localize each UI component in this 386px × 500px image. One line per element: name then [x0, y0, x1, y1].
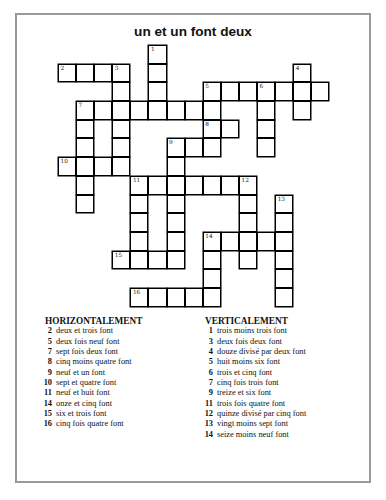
clue-text: huit moins six font: [217, 357, 280, 367]
clue-number: 4: [201, 347, 213, 357]
grid-cell[interactable]: [293, 101, 311, 120]
clue-text: trois fois quatre font: [217, 399, 285, 409]
clue-item: 4douze divisé par deux font: [201, 347, 371, 357]
across-header: HORIZONTALEMENT: [45, 316, 196, 326]
grid-cell[interactable]: [257, 138, 275, 157]
grid-cell[interactable]: [148, 251, 166, 270]
clue-item: 11trois fois quatre font: [201, 399, 371, 409]
clue-number: 3: [201, 337, 213, 347]
cell-number: 4: [296, 65, 300, 72]
clue-item: 12quinze divisé par cinq font: [201, 409, 371, 419]
clue-item: 15six et trois font: [40, 409, 196, 419]
clue-number: 7: [201, 378, 213, 388]
clue-number: 5: [201, 357, 213, 367]
grid-cell[interactable]: [148, 64, 166, 83]
clue-text: sept et quatre font: [56, 378, 116, 388]
clue-text: sept fois deux font: [56, 347, 118, 357]
grid-cell[interactable]: 4: [293, 64, 311, 83]
grid-cell[interactable]: 7: [76, 101, 94, 120]
cell-number: 16: [133, 289, 140, 296]
grid-cell[interactable]: [275, 288, 293, 307]
grid-cell[interactable]: [130, 195, 148, 214]
clue-item: 16cinq fois quatre font: [40, 419, 196, 429]
grid-cell[interactable]: 14: [203, 232, 221, 251]
clue-text: deux fois deux font: [217, 337, 282, 347]
clue-text: trois moins trois font: [217, 326, 287, 336]
clue-text: trois et cinq font: [217, 368, 272, 378]
grid-cell[interactable]: [167, 195, 185, 214]
across-clue-list: 2deux et trois font5deux fois neuf font7…: [40, 326, 196, 429]
grid-cell[interactable]: [239, 82, 257, 101]
cell-number: 3: [115, 65, 119, 72]
grid-cell[interactable]: 8: [203, 120, 221, 139]
grid-cell[interactable]: [148, 101, 166, 120]
clue-item: 7sept fois deux font: [40, 347, 196, 357]
grid-cell[interactable]: [275, 82, 293, 101]
grid-cell[interactable]: [148, 82, 166, 101]
clue-item: 1trois moins trois font: [201, 326, 371, 336]
grid-cell[interactable]: [275, 251, 293, 270]
grid-cell[interactable]: [167, 101, 185, 120]
grid-cell[interactable]: [76, 157, 94, 176]
cell-number: 1: [151, 46, 155, 53]
clue-item: 8cinq moins quatre font: [40, 357, 196, 367]
clue-text: deux fois neuf font: [56, 337, 120, 347]
grid-cell[interactable]: [239, 232, 257, 251]
grid-cell[interactable]: [203, 269, 221, 288]
grid-cell[interactable]: [257, 101, 275, 120]
clue-number: 13: [201, 419, 213, 429]
grid-cell[interactable]: [167, 176, 185, 195]
clue-number: 11: [40, 388, 52, 398]
clue-text: onze et cinq font: [56, 399, 112, 409]
grid-cell[interactable]: [257, 120, 275, 139]
clue-number: 7: [40, 347, 52, 357]
clue-item: 14onze et cinq font: [40, 399, 196, 409]
grid-cell[interactable]: 12: [239, 176, 257, 195]
grid-cell[interactable]: [76, 138, 94, 157]
crossword-grid: 12345678910111213141516: [58, 45, 329, 307]
clue-text: six et trois font: [56, 409, 106, 419]
grid-cell[interactable]: 6: [257, 82, 275, 101]
clue-text: treize et six font: [217, 388, 271, 398]
clue-text: deux et trois font: [56, 326, 113, 336]
cell-number: 15: [115, 252, 122, 259]
grid-cell[interactable]: [148, 176, 166, 195]
grid-cell[interactable]: 15: [112, 251, 130, 270]
grid-cell[interactable]: [185, 138, 203, 157]
cell-number: 8: [205, 121, 209, 128]
grid-cell[interactable]: [167, 251, 185, 270]
clue-number: 10: [40, 378, 52, 388]
grid-cell[interactable]: [112, 101, 130, 120]
down-header: VERTICALEMENT: [205, 316, 371, 326]
clue-item: 9treize et six font: [201, 388, 371, 398]
grid-cell[interactable]: [76, 64, 94, 83]
grid-cell[interactable]: [167, 213, 185, 232]
clue-item: 2deux et trois font: [40, 326, 196, 336]
grid-cell[interactable]: [221, 120, 239, 139]
cell-number: 11: [133, 177, 140, 184]
grid-cell[interactable]: [203, 138, 221, 157]
grid-cell[interactable]: [203, 101, 221, 120]
grid-cell[interactable]: [130, 232, 148, 251]
grid-cell[interactable]: [76, 120, 94, 139]
clue-number: 14: [201, 430, 213, 440]
clue-number: 9: [40, 368, 52, 378]
grid-cell[interactable]: [275, 232, 293, 251]
grid-cell[interactable]: [221, 82, 239, 101]
grid-cell[interactable]: [112, 138, 130, 157]
grid-cell[interactable]: [203, 251, 221, 270]
clue-number: 9: [201, 388, 213, 398]
cell-number: 14: [205, 233, 212, 240]
grid-cell[interactable]: 5: [203, 82, 221, 101]
clue-number: 2: [40, 326, 52, 336]
across-clues-section: HORIZONTALEMENT 2deux et trois font5deux…: [40, 316, 196, 430]
grid-cell[interactable]: [239, 195, 257, 214]
cell-number: 12: [241, 177, 248, 184]
clue-text: douze divisé par deux font: [217, 347, 306, 357]
cell-number: 6: [260, 83, 264, 90]
clue-number: 5: [40, 337, 52, 347]
clue-item: 11neuf et huit font: [40, 388, 196, 398]
grid-cell[interactable]: [185, 101, 203, 120]
grid-cell[interactable]: [239, 251, 257, 270]
grid-cell[interactable]: [167, 157, 185, 176]
clue-number: 11: [201, 399, 213, 409]
cell-number: 2: [61, 65, 65, 72]
grid-cell[interactable]: [185, 288, 203, 307]
grid-cell[interactable]: [167, 232, 185, 251]
grid-cell[interactable]: [112, 82, 130, 101]
clue-item: 7cinq fois trois font: [201, 378, 371, 388]
cell-number: 9: [169, 139, 173, 146]
clue-item: 13vingt moins sept font: [201, 419, 371, 429]
clue-text: quinze divisé par cinq font: [217, 409, 306, 419]
grid-cell[interactable]: [293, 82, 311, 101]
cell-number: 7: [79, 102, 83, 109]
grid-cell[interactable]: 11: [130, 176, 148, 195]
cell-number: 13: [278, 196, 285, 203]
clue-text: neuf et huit font: [56, 388, 110, 398]
clue-item: 3deux fois deux font: [201, 337, 371, 347]
cell-number: 10: [61, 158, 68, 165]
grid-cell[interactable]: [76, 195, 94, 214]
clue-item: 5deux fois neuf font: [40, 337, 196, 347]
grid-cell[interactable]: [275, 213, 293, 232]
grid-cell[interactable]: [76, 176, 94, 195]
grid-cell[interactable]: [275, 269, 293, 288]
grid-cell[interactable]: [130, 101, 148, 120]
grid-cell[interactable]: [221, 232, 239, 251]
grid-cell[interactable]: [203, 176, 221, 195]
grid-cell[interactable]: [94, 157, 112, 176]
grid-cell[interactable]: [112, 157, 130, 176]
clue-text: seize moins neuf font: [217, 430, 289, 440]
cell-number: 5: [205, 83, 209, 90]
grid-cell[interactable]: 1: [148, 45, 166, 64]
grid-cell[interactable]: 3: [112, 64, 130, 83]
clue-number: 15: [40, 409, 52, 419]
clue-text: cinq fois trois font: [217, 378, 279, 388]
grid-cell[interactable]: [221, 176, 239, 195]
grid-cell[interactable]: [311, 82, 329, 101]
grid-cell[interactable]: [112, 120, 130, 139]
grid-cell[interactable]: [94, 64, 112, 83]
clue-text: cinq moins quatre font: [56, 357, 132, 367]
clue-number: 6: [201, 368, 213, 378]
grid-cell[interactable]: 10: [58, 157, 76, 176]
grid-cell[interactable]: [130, 251, 148, 270]
clue-item: 10sept et quatre font: [40, 378, 196, 388]
grid-cell[interactable]: 2: [58, 64, 76, 83]
grid-cell[interactable]: 16: [130, 288, 148, 307]
grid-cell[interactable]: [203, 288, 221, 307]
down-clue-list: 1trois moins trois font3deux fois deux f…: [201, 326, 371, 440]
grid-cell[interactable]: 13: [275, 195, 293, 214]
grid-cell[interactable]: [148, 288, 166, 307]
clue-text: vingt moins sept font: [217, 419, 288, 429]
grid-cell[interactable]: [257, 232, 275, 251]
clue-number: 8: [40, 357, 52, 367]
puzzle-title: un et un font deux: [0, 24, 386, 39]
clue-number: 16: [40, 419, 52, 429]
clue-number: 12: [201, 409, 213, 419]
clue-text: neuf et un font: [56, 368, 105, 378]
clue-text: cinq fois quatre font: [56, 419, 124, 429]
clue-number: 1: [201, 326, 213, 336]
grid-cell[interactable]: [130, 213, 148, 232]
grid-cell[interactable]: [239, 213, 257, 232]
grid-cell[interactable]: [94, 101, 112, 120]
clue-item: 5huit moins six font: [201, 357, 371, 367]
clue-item: 6trois et cinq font: [201, 368, 371, 378]
clue-item: 9neuf et un font: [40, 368, 196, 378]
grid-cell[interactable]: [185, 176, 203, 195]
grid-cell[interactable]: [167, 288, 185, 307]
clue-item: 14seize moins neuf font: [201, 430, 371, 440]
down-clues-section: VERTICALEMENT 1trois moins trois font3de…: [201, 316, 371, 440]
grid-cell[interactable]: 9: [167, 138, 185, 157]
clue-number: 14: [40, 399, 52, 409]
